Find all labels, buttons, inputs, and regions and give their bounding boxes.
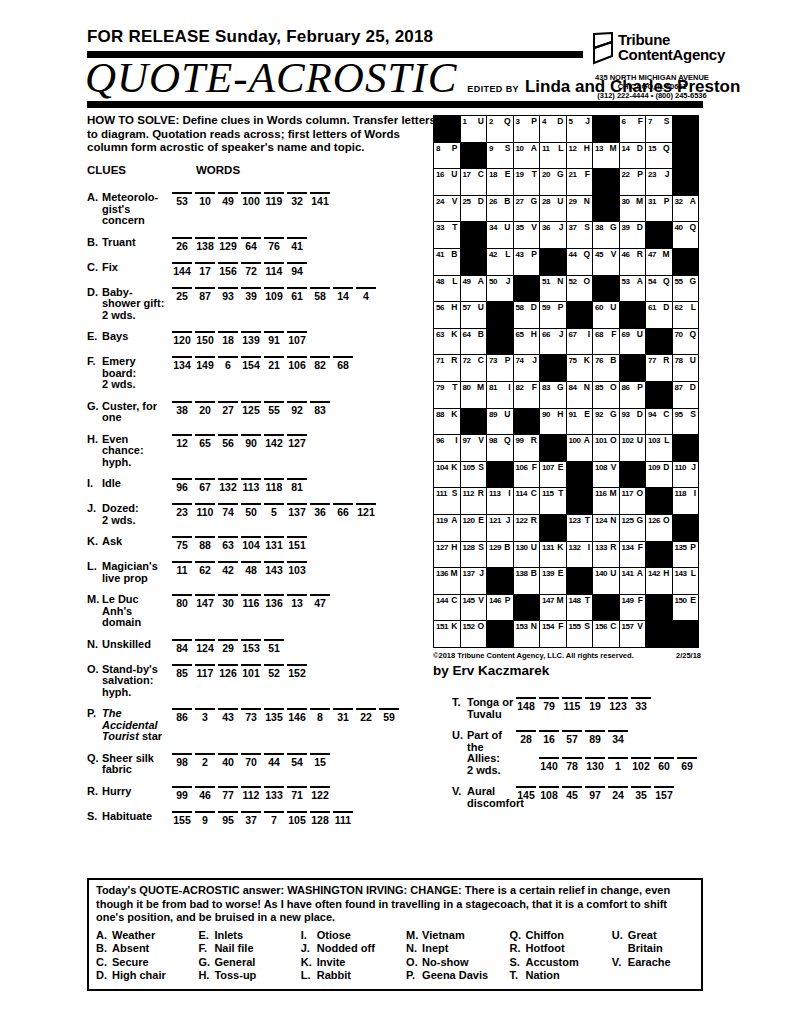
grid-cell-104[interactable]: 104K <box>434 462 460 488</box>
answer-blank-29[interactable]: 29 <box>218 639 238 654</box>
answer-blank-85[interactable]: 85 <box>172 664 192 679</box>
grid-cell-4[interactable]: 4D <box>540 116 566 142</box>
grid-cell-94[interactable]: 94C <box>646 409 672 435</box>
grid-cell-120[interactable]: 120E <box>461 515 487 541</box>
grid-cell-119[interactable]: 119A <box>434 515 460 541</box>
grid-cell-51[interactable]: 51N <box>540 276 566 302</box>
grid-cell-60[interactable]: 60U <box>593 302 619 328</box>
answer-blank-86[interactable]: 86 <box>172 708 192 723</box>
answer-blank-49[interactable]: 49 <box>218 192 238 207</box>
grid-cell-125[interactable]: 125G <box>620 515 646 541</box>
grid-cell-71[interactable]: 71R <box>434 355 460 381</box>
grid-cell-41[interactable]: 41B <box>434 249 460 275</box>
grid-cell-13[interactable]: 13M <box>593 143 619 169</box>
grid-cell-62[interactable]: 62L <box>673 302 699 328</box>
answer-blank-71[interactable]: 71 <box>287 786 307 801</box>
grid-cell-67[interactable]: 67I <box>567 329 593 355</box>
grid-cell-133[interactable]: 133R <box>593 542 619 568</box>
grid-cell-142[interactable]: 142H <box>646 568 672 594</box>
grid-cell-52[interactable]: 52O <box>567 276 593 302</box>
answer-blank-140[interactable]: 140 <box>539 757 559 772</box>
grid-cell-149[interactable]: 149F <box>620 595 646 621</box>
grid-cell-44[interactable]: 44Q <box>567 249 593 275</box>
grid-cell-100[interactable]: 100A <box>567 435 593 461</box>
answer-blank-18[interactable]: 18 <box>218 331 238 346</box>
grid-cell-19[interactable]: 19T <box>514 169 540 195</box>
answer-blank-2[interactable]: 2 <box>195 753 215 768</box>
grid-cell-66[interactable]: 66J <box>540 329 566 355</box>
grid-cell-134[interactable]: 134F <box>620 542 646 568</box>
answer-blank-90[interactable]: 90 <box>241 434 261 449</box>
answer-blank-30[interactable]: 30 <box>218 594 238 609</box>
grid-cell-130[interactable]: 130U <box>514 542 540 568</box>
answer-blank-66[interactable]: 66 <box>333 503 353 518</box>
grid-cell-110[interactable]: 110J <box>673 462 699 488</box>
grid-cell-151[interactable]: 151K <box>434 621 460 647</box>
grid-cell-74[interactable]: 74J <box>514 355 540 381</box>
answer-blank-154[interactable]: 154 <box>241 356 261 371</box>
answer-blank-37[interactable]: 37 <box>241 811 261 826</box>
answer-blank-75[interactable]: 75 <box>172 536 192 551</box>
answer-blank-36[interactable]: 36 <box>310 503 330 518</box>
answer-blank-108[interactable]: 108 <box>539 786 559 801</box>
answer-blank-130[interactable]: 130 <box>585 757 605 772</box>
answer-blank-99[interactable]: 99 <box>172 786 192 801</box>
answer-blank-78[interactable]: 78 <box>562 757 582 772</box>
answer-blank-4[interactable]: 4 <box>356 287 376 302</box>
grid-cell-127[interactable]: 127H <box>434 542 460 568</box>
answer-blank-23[interactable]: 23 <box>172 503 192 518</box>
grid-cell-2[interactable]: 2Q <box>487 116 513 142</box>
answer-blank-142[interactable]: 142 <box>264 434 284 449</box>
answer-blank-112[interactable]: 112 <box>241 786 261 801</box>
answer-blank-74[interactable]: 74 <box>218 503 238 518</box>
answer-blank-129[interactable]: 129 <box>218 237 238 252</box>
answer-blank-137[interactable]: 137 <box>287 503 307 518</box>
answer-blank-15[interactable]: 15 <box>310 753 330 768</box>
answer-blank-39[interactable]: 39 <box>241 287 261 302</box>
grid-cell-115[interactable]: 115T <box>540 488 566 514</box>
answer-blank-68[interactable]: 68 <box>333 356 353 371</box>
grid-cell-26[interactable]: 26B <box>487 196 513 222</box>
grid-cell-5[interactable]: 5J <box>567 116 593 142</box>
answer-blank-45[interactable]: 45 <box>562 786 582 801</box>
answer-blank-105[interactable]: 105 <box>287 811 307 826</box>
grid-cell-136[interactable]: 136M <box>434 568 460 594</box>
answer-blank-14[interactable]: 14 <box>333 287 353 302</box>
grid-cell-137[interactable]: 137J <box>461 568 487 594</box>
answer-blank-156[interactable]: 156 <box>218 262 238 277</box>
answer-blank-125[interactable]: 125 <box>241 401 261 416</box>
answer-blank-62[interactable]: 62 <box>195 561 215 576</box>
grid-cell-143[interactable]: 143L <box>673 568 699 594</box>
answer-blank-56[interactable]: 56 <box>218 434 238 449</box>
answer-blank-132[interactable]: 132 <box>218 478 238 493</box>
answer-blank-117[interactable]: 117 <box>195 664 215 679</box>
grid-cell-29[interactable]: 29N <box>567 196 593 222</box>
grid-cell-144[interactable]: 144C <box>434 595 460 621</box>
grid-cell-123[interactable]: 123T <box>567 515 593 541</box>
grid-cell-155[interactable]: 155S <box>567 621 593 647</box>
answer-blank-26[interactable]: 26 <box>172 237 192 252</box>
answer-blank-83[interactable]: 83 <box>310 401 330 416</box>
grid-cell-37[interactable]: 37S <box>567 222 593 248</box>
answer-blank-115[interactable]: 115 <box>562 697 582 712</box>
answer-blank-34[interactable]: 34 <box>608 730 628 745</box>
answer-blank-121[interactable]: 121 <box>356 503 376 518</box>
grid-cell-139[interactable]: 139E <box>540 568 566 594</box>
answer-blank-57[interactable]: 57 <box>562 730 582 745</box>
grid-cell-65[interactable]: 65H <box>514 329 540 355</box>
answer-blank-100[interactable]: 100 <box>241 192 261 207</box>
answer-blank-79[interactable]: 79 <box>539 697 559 712</box>
grid-cell-42[interactable]: 42L <box>487 249 513 275</box>
grid-cell-89[interactable]: 89U <box>487 409 513 435</box>
grid-cell-54[interactable]: 54Q <box>646 276 672 302</box>
answer-blank-55[interactable]: 55 <box>264 401 284 416</box>
answer-blank-10[interactable]: 10 <box>195 192 215 207</box>
answer-blank-51[interactable]: 51 <box>264 639 284 654</box>
answer-blank-70[interactable]: 70 <box>241 753 261 768</box>
grid-cell-90[interactable]: 90H <box>540 409 566 435</box>
grid-cell-73[interactable]: 73P <box>487 355 513 381</box>
grid-cell-40[interactable]: 40Q <box>673 222 699 248</box>
grid-cell-72[interactable]: 72C <box>461 355 487 381</box>
answer-blank-3[interactable]: 3 <box>195 708 215 723</box>
grid-cell-152[interactable]: 152O <box>461 621 487 647</box>
answer-blank-95[interactable]: 95 <box>218 811 238 826</box>
answer-blank-60[interactable]: 60 <box>654 757 674 772</box>
grid-cell-68[interactable]: 68F <box>593 329 619 355</box>
grid-cell-43[interactable]: 43P <box>514 249 540 275</box>
answer-blank-106[interactable]: 106 <box>287 356 307 371</box>
grid-cell-147[interactable]: 147M <box>540 595 566 621</box>
answer-blank-25[interactable]: 25 <box>172 287 192 302</box>
answer-blank-82[interactable]: 82 <box>310 356 330 371</box>
grid-cell-141[interactable]: 141A <box>620 568 646 594</box>
answer-blank-101[interactable]: 101 <box>241 664 261 679</box>
answer-blank-155[interactable]: 155 <box>172 811 192 826</box>
answer-blank-107[interactable]: 107 <box>287 331 307 346</box>
answer-blank-80[interactable]: 80 <box>172 594 192 609</box>
answer-blank-139[interactable]: 139 <box>241 331 261 346</box>
answer-blank-110[interactable]: 110 <box>195 503 215 518</box>
grid-cell-85[interactable]: 85O <box>593 382 619 408</box>
answer-blank-116[interactable]: 116 <box>241 594 261 609</box>
grid-cell-12[interactable]: 12H <box>567 143 593 169</box>
answer-blank-44[interactable]: 44 <box>264 753 284 768</box>
answer-blank-65[interactable]: 65 <box>195 434 215 449</box>
grid-cell-88[interactable]: 88K <box>434 409 460 435</box>
answer-blank-48[interactable]: 48 <box>241 561 261 576</box>
answer-blank-157[interactable]: 157 <box>654 786 674 801</box>
answer-blank-138[interactable]: 138 <box>195 237 215 252</box>
grid-cell-46[interactable]: 46R <box>620 249 646 275</box>
answer-blank-16[interactable]: 16 <box>539 730 559 745</box>
grid-cell-47[interactable]: 47M <box>646 249 672 275</box>
answer-blank-143[interactable]: 143 <box>264 561 284 576</box>
grid-cell-102[interactable]: 102U <box>620 435 646 461</box>
grid-cell-118[interactable]: 118I <box>673 488 699 514</box>
answer-blank-63[interactable]: 63 <box>218 536 238 551</box>
answer-blank-42[interactable]: 42 <box>218 561 238 576</box>
grid-cell-48[interactable]: 48L <box>434 276 460 302</box>
answer-blank-123[interactable]: 123 <box>608 697 628 712</box>
answer-blank-150[interactable]: 150 <box>195 331 215 346</box>
grid-cell-11[interactable]: 11L <box>540 143 566 169</box>
answer-blank-21[interactable]: 21 <box>264 356 284 371</box>
grid-cell-50[interactable]: 50J <box>487 276 513 302</box>
grid-cell-64[interactable]: 64B <box>461 329 487 355</box>
grid-cell-116[interactable]: 116M <box>593 488 619 514</box>
grid-cell-39[interactable]: 39D <box>620 222 646 248</box>
grid-cell-78[interactable]: 78U <box>673 355 699 381</box>
grid-cell-25[interactable]: 25D <box>461 196 487 222</box>
answer-blank-84[interactable]: 84 <box>172 639 192 654</box>
grid-cell-76[interactable]: 76B <box>593 355 619 381</box>
answer-blank-136[interactable]: 136 <box>264 594 284 609</box>
answer-blank-38[interactable]: 38 <box>172 401 192 416</box>
grid-cell-81[interactable]: 81I <box>487 382 513 408</box>
grid-cell-9[interactable]: 9S <box>487 143 513 169</box>
grid-cell-7[interactable]: 7S <box>646 116 672 142</box>
grid-cell-35[interactable]: 35V <box>514 222 540 248</box>
grid-cell-122[interactable]: 122R <box>514 515 540 541</box>
grid-cell-58[interactable]: 58D <box>514 302 540 328</box>
grid-cell-3[interactable]: 3P <box>514 116 540 142</box>
grid-cell-132[interactable]: 132I <box>567 542 593 568</box>
answer-blank-93[interactable]: 93 <box>218 287 238 302</box>
answer-blank-50[interactable]: 50 <box>241 503 261 518</box>
answer-blank-141[interactable]: 141 <box>310 192 330 207</box>
grid-cell-117[interactable]: 117O <box>620 488 646 514</box>
answer-blank-17[interactable]: 17 <box>195 262 215 277</box>
grid-cell-101[interactable]: 101O <box>593 435 619 461</box>
grid-cell-23[interactable]: 23J <box>646 169 672 195</box>
grid-cell-63[interactable]: 63K <box>434 329 460 355</box>
grid-cell-32[interactable]: 32A <box>673 196 699 222</box>
answer-blank-92[interactable]: 92 <box>287 401 307 416</box>
answer-blank-40[interactable]: 40 <box>218 753 238 768</box>
answer-blank-72[interactable]: 72 <box>241 262 261 277</box>
grid-cell-6[interactable]: 6F <box>620 116 646 142</box>
grid-cell-80[interactable]: 80M <box>461 382 487 408</box>
grid-cell-86[interactable]: 86P <box>620 382 646 408</box>
grid-cell-69[interactable]: 69U <box>620 329 646 355</box>
answer-blank-114[interactable]: 114 <box>264 262 284 277</box>
answer-blank-102[interactable]: 102 <box>631 757 651 772</box>
grid-cell-33[interactable]: 33T <box>434 222 460 248</box>
answer-blank-131[interactable]: 131 <box>264 536 284 551</box>
answer-blank-53[interactable]: 53 <box>172 192 192 207</box>
answer-blank-20[interactable]: 20 <box>195 401 215 416</box>
grid-cell-140[interactable]: 140U <box>593 568 619 594</box>
grid-cell-87[interactable]: 87D <box>673 382 699 408</box>
answer-blank-7[interactable]: 7 <box>264 811 284 826</box>
grid-cell-8[interactable]: 8P <box>434 143 460 169</box>
grid-cell-157[interactable]: 157V <box>620 621 646 647</box>
answer-blank-97[interactable]: 97 <box>585 786 605 801</box>
grid-cell-112[interactable]: 112R <box>461 488 487 514</box>
grid-cell-113[interactable]: 113I <box>487 488 513 514</box>
grid-cell-138[interactable]: 138B <box>514 568 540 594</box>
answer-blank-153[interactable]: 153 <box>241 639 261 654</box>
answer-blank-146[interactable]: 146 <box>287 708 307 723</box>
answer-blank-120[interactable]: 120 <box>172 331 192 346</box>
grid-cell-17[interactable]: 17C <box>461 169 487 195</box>
grid-cell-124[interactable]: 124N <box>593 515 619 541</box>
answer-blank-9[interactable]: 9 <box>195 811 215 826</box>
grid-cell-114[interactable]: 114C <box>514 488 540 514</box>
answer-blank-28[interactable]: 28 <box>516 730 536 745</box>
answer-blank-148[interactable]: 148 <box>516 697 536 712</box>
grid-cell-93[interactable]: 93D <box>620 409 646 435</box>
answer-blank-13[interactable]: 13 <box>287 594 307 609</box>
grid-cell-10[interactable]: 10A <box>514 143 540 169</box>
answer-blank-109[interactable]: 109 <box>264 287 284 302</box>
answer-blank-12[interactable]: 12 <box>172 434 192 449</box>
answer-blank-11[interactable]: 11 <box>172 561 192 576</box>
answer-blank-47[interactable]: 47 <box>310 594 330 609</box>
grid-cell-34[interactable]: 34U <box>487 222 513 248</box>
answer-blank-64[interactable]: 64 <box>241 237 261 252</box>
answer-blank-111[interactable]: 111 <box>333 811 353 826</box>
answer-blank-33[interactable]: 33 <box>631 697 651 712</box>
grid-cell-109[interactable]: 109D <box>646 462 672 488</box>
grid-cell-145[interactable]: 145V <box>461 595 487 621</box>
grid-cell-108[interactable]: 108V <box>593 462 619 488</box>
answer-blank-94[interactable]: 94 <box>287 262 307 277</box>
grid-cell-129[interactable]: 129B <box>487 542 513 568</box>
grid-cell-20[interactable]: 20G <box>540 169 566 195</box>
answer-blank-87[interactable]: 87 <box>195 287 215 302</box>
answer-blank-134[interactable]: 134 <box>172 356 192 371</box>
answer-blank-46[interactable]: 46 <box>195 786 215 801</box>
answer-blank-144[interactable]: 144 <box>172 262 192 277</box>
grid-cell-98[interactable]: 98Q <box>487 435 513 461</box>
grid-cell-31[interactable]: 31P <box>646 196 672 222</box>
grid-cell-56[interactable]: 56H <box>434 302 460 328</box>
answer-blank-126[interactable]: 126 <box>218 664 238 679</box>
answer-blank-152[interactable]: 152 <box>287 664 307 679</box>
grid-cell-148[interactable]: 148T <box>567 595 593 621</box>
answer-blank-1[interactable]: 1 <box>608 757 628 772</box>
grid-cell-105[interactable]: 105S <box>461 462 487 488</box>
answer-blank-147[interactable]: 147 <box>195 594 215 609</box>
answer-blank-145[interactable]: 145 <box>516 786 536 801</box>
answer-blank-58[interactable]: 58 <box>310 287 330 302</box>
grid-cell-97[interactable]: 97V <box>461 435 487 461</box>
answer-blank-96[interactable]: 96 <box>172 478 192 493</box>
answer-blank-81[interactable]: 81 <box>287 478 307 493</box>
grid-cell-150[interactable]: 150E <box>673 595 699 621</box>
answer-blank-69[interactable]: 69 <box>677 757 697 772</box>
answer-blank-43[interactable]: 43 <box>218 708 238 723</box>
grid-cell-84[interactable]: 84N <box>567 382 593 408</box>
answer-blank-59[interactable]: 59 <box>379 708 399 723</box>
grid-cell-126[interactable]: 126O <box>646 515 672 541</box>
answer-blank-8[interactable]: 8 <box>310 708 330 723</box>
grid-cell-135[interactable]: 135P <box>673 542 699 568</box>
answer-blank-119[interactable]: 119 <box>264 192 284 207</box>
grid-cell-55[interactable]: 55G <box>673 276 699 302</box>
grid-cell-131[interactable]: 131K <box>540 542 566 568</box>
answer-blank-6[interactable]: 6 <box>218 356 238 371</box>
answer-blank-32[interactable]: 32 <box>287 192 307 207</box>
answer-blank-103[interactable]: 103 <box>287 561 307 576</box>
answer-blank-76[interactable]: 76 <box>264 237 284 252</box>
grid-cell-128[interactable]: 128S <box>461 542 487 568</box>
grid-cell-21[interactable]: 21F <box>567 169 593 195</box>
answer-blank-113[interactable]: 113 <box>241 478 261 493</box>
grid-cell-70[interactable]: 70Q <box>673 329 699 355</box>
grid-cell-16[interactable]: 16U <box>434 169 460 195</box>
grid-cell-83[interactable]: 83G <box>540 382 566 408</box>
grid-cell-103[interactable]: 103L <box>646 435 672 461</box>
grid-cell-79[interactable]: 79T <box>434 382 460 408</box>
grid-cell-111[interactable]: 111S <box>434 488 460 514</box>
grid-cell-22[interactable]: 22P <box>620 169 646 195</box>
grid-cell-57[interactable]: 57U <box>461 302 487 328</box>
answer-blank-88[interactable]: 88 <box>195 536 215 551</box>
grid-cell-96[interactable]: 96I <box>434 435 460 461</box>
grid-cell-146[interactable]: 146P <box>487 595 513 621</box>
answer-blank-149[interactable]: 149 <box>195 356 215 371</box>
answer-blank-77[interactable]: 77 <box>218 786 238 801</box>
grid-cell-61[interactable]: 61D <box>646 302 672 328</box>
answer-blank-73[interactable]: 73 <box>241 708 261 723</box>
answer-blank-41[interactable]: 41 <box>287 237 307 252</box>
grid-cell-18[interactable]: 18E <box>487 169 513 195</box>
grid-cell-154[interactable]: 154F <box>540 621 566 647</box>
grid-cell-82[interactable]: 82F <box>514 382 540 408</box>
grid-cell-28[interactable]: 28U <box>540 196 566 222</box>
grid-cell-77[interactable]: 77R <box>646 355 672 381</box>
answer-blank-5[interactable]: 5 <box>264 503 284 518</box>
grid-cell-1[interactable]: 1U <box>461 116 487 142</box>
answer-blank-67[interactable]: 67 <box>195 478 215 493</box>
answer-blank-118[interactable]: 118 <box>264 478 284 493</box>
grid-cell-27[interactable]: 27G <box>514 196 540 222</box>
grid-cell-15[interactable]: 15Q <box>646 143 672 169</box>
grid-cell-45[interactable]: 45V <box>593 249 619 275</box>
answer-blank-19[interactable]: 19 <box>585 697 605 712</box>
answer-blank-61[interactable]: 61 <box>287 287 307 302</box>
grid-cell-153[interactable]: 153N <box>514 621 540 647</box>
grid-cell-38[interactable]: 38G <box>593 222 619 248</box>
answer-blank-127[interactable]: 127 <box>287 434 307 449</box>
answer-blank-24[interactable]: 24 <box>608 786 628 801</box>
answer-blank-133[interactable]: 133 <box>264 786 284 801</box>
grid-cell-30[interactable]: 30M <box>620 196 646 222</box>
grid-cell-75[interactable]: 75K <box>567 355 593 381</box>
answer-blank-31[interactable]: 31 <box>333 708 353 723</box>
answer-blank-122[interactable]: 122 <box>310 786 330 801</box>
grid-cell-107[interactable]: 107E <box>540 462 566 488</box>
answer-blank-98[interactable]: 98 <box>172 753 192 768</box>
grid-cell-92[interactable]: 92G <box>593 409 619 435</box>
answer-blank-128[interactable]: 128 <box>310 811 330 826</box>
grid-cell-156[interactable]: 156C <box>593 621 619 647</box>
answer-blank-89[interactable]: 89 <box>585 730 605 745</box>
answer-blank-52[interactable]: 52 <box>264 664 284 679</box>
answer-blank-27[interactable]: 27 <box>218 401 238 416</box>
grid-cell-14[interactable]: 14D <box>620 143 646 169</box>
grid-cell-99[interactable]: 99R <box>514 435 540 461</box>
grid-cell-24[interactable]: 24V <box>434 196 460 222</box>
answer-blank-22[interactable]: 22 <box>356 708 376 723</box>
answer-blank-35[interactable]: 35 <box>631 786 651 801</box>
